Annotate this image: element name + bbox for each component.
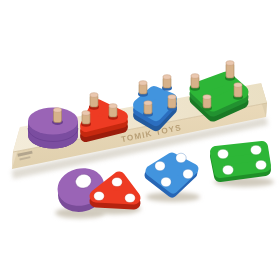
wooden-peg xyxy=(53,108,61,123)
wooden-peg xyxy=(168,95,176,108)
rectangle-piece-hole xyxy=(223,165,234,175)
wooden-peg xyxy=(139,81,147,94)
wooden-peg xyxy=(109,104,117,117)
wooden-peg xyxy=(82,111,90,124)
column-circle-stack[interactable] xyxy=(28,108,78,149)
wooden-peg xyxy=(90,93,98,107)
wooden-peg xyxy=(144,101,152,114)
loose-rectangle-piece[interactable] xyxy=(216,145,267,176)
rectangle-piece-hole xyxy=(251,145,262,155)
square-piece-hole xyxy=(161,177,171,187)
wooden-peg xyxy=(191,74,199,88)
wooden-peg xyxy=(163,75,171,88)
triangle-piece-hole xyxy=(112,177,123,186)
rectangle-piece-hole xyxy=(218,149,229,159)
toy-scene: TOMIK TOYS xyxy=(0,0,280,280)
wooden-peg xyxy=(234,83,242,97)
product-photo: TOMIK TOYS xyxy=(0,0,280,280)
triangle-piece-hole xyxy=(94,191,105,200)
square-piece-hole xyxy=(155,161,165,171)
triangle-piece-hole xyxy=(125,193,136,202)
square-piece-hole xyxy=(183,169,193,179)
wooden-peg xyxy=(203,95,211,108)
rectangle-piece-hole xyxy=(256,160,267,170)
wooden-peg xyxy=(226,61,234,78)
square-piece-hole xyxy=(176,153,186,163)
